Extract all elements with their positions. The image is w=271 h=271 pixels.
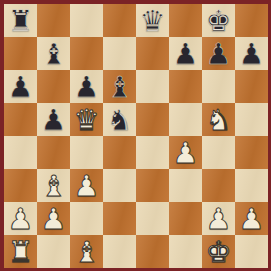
square-d1[interactable] (103, 235, 136, 268)
square-b1[interactable] (37, 235, 70, 268)
piece-black-pawn: ♟ (239, 40, 265, 69)
square-f8[interactable] (169, 4, 202, 37)
square-h2[interactable]: ♟ (235, 202, 268, 235)
square-d7[interactable] (103, 37, 136, 70)
piece-white-knight: ♞ (206, 106, 232, 135)
square-h6[interactable] (235, 70, 268, 103)
square-e4[interactable] (136, 136, 169, 169)
piece-black-rook: ♜ (8, 7, 34, 36)
square-a2[interactable]: ♟ (4, 202, 37, 235)
square-c8[interactable] (70, 4, 103, 37)
square-f6[interactable] (169, 70, 202, 103)
square-g4[interactable] (202, 136, 235, 169)
piece-white-rook: ♜ (8, 238, 34, 267)
piece-black-knight: ♞ (107, 106, 133, 135)
square-g6[interactable] (202, 70, 235, 103)
piece-black-bishop: ♝ (41, 40, 67, 69)
square-a7[interactable] (4, 37, 37, 70)
piece-white-bishop: ♝ (74, 238, 100, 267)
piece-black-queen: ♛ (140, 7, 166, 36)
square-h7[interactable]: ♟ (235, 37, 268, 70)
square-b3[interactable]: ♝ (37, 169, 70, 202)
square-e7[interactable] (136, 37, 169, 70)
board-frame: ♜♛♚♝♟♟♟♟♟♝♟♛♞♞♟♝♟♟♟♟♟♜♝♚ (0, 0, 271, 271)
square-f1[interactable] (169, 235, 202, 268)
square-h1[interactable] (235, 235, 268, 268)
square-d3[interactable] (103, 169, 136, 202)
square-b8[interactable] (37, 4, 70, 37)
piece-black-pawn: ♟ (41, 106, 67, 135)
square-e5[interactable] (136, 103, 169, 136)
piece-black-pawn: ♟ (173, 40, 199, 69)
square-b6[interactable] (37, 70, 70, 103)
square-e1[interactable] (136, 235, 169, 268)
square-c4[interactable] (70, 136, 103, 169)
square-g8[interactable]: ♚ (202, 4, 235, 37)
piece-black-bishop: ♝ (107, 73, 133, 102)
square-c5[interactable]: ♛ (70, 103, 103, 136)
square-d8[interactable] (103, 4, 136, 37)
square-e3[interactable] (136, 169, 169, 202)
piece-white-bishop: ♝ (41, 172, 67, 201)
square-b7[interactable]: ♝ (37, 37, 70, 70)
square-a6[interactable]: ♟ (4, 70, 37, 103)
piece-white-queen: ♛ (74, 106, 100, 135)
square-a4[interactable] (4, 136, 37, 169)
square-g2[interactable]: ♟ (202, 202, 235, 235)
square-d2[interactable] (103, 202, 136, 235)
square-a3[interactable] (4, 169, 37, 202)
piece-white-king: ♚ (206, 238, 232, 267)
piece-black-pawn: ♟ (206, 40, 232, 69)
square-a1[interactable]: ♜ (4, 235, 37, 268)
square-h8[interactable] (235, 4, 268, 37)
square-g7[interactable]: ♟ (202, 37, 235, 70)
square-h3[interactable] (235, 169, 268, 202)
square-f3[interactable] (169, 169, 202, 202)
square-h4[interactable] (235, 136, 268, 169)
square-h5[interactable] (235, 103, 268, 136)
square-f4[interactable]: ♟ (169, 136, 202, 169)
piece-white-pawn: ♟ (173, 139, 199, 168)
square-d4[interactable] (103, 136, 136, 169)
piece-black-pawn: ♟ (74, 73, 100, 102)
piece-white-pawn: ♟ (41, 205, 67, 234)
square-b2[interactable]: ♟ (37, 202, 70, 235)
piece-white-pawn: ♟ (74, 172, 100, 201)
square-b4[interactable] (37, 136, 70, 169)
square-c3[interactable]: ♟ (70, 169, 103, 202)
piece-white-pawn: ♟ (239, 205, 265, 234)
square-g3[interactable] (202, 169, 235, 202)
square-e8[interactable]: ♛ (136, 4, 169, 37)
chess-board: ♜♛♚♝♟♟♟♟♟♝♟♛♞♞♟♝♟♟♟♟♟♜♝♚ (4, 4, 268, 268)
square-c6[interactable]: ♟ (70, 70, 103, 103)
square-e6[interactable] (136, 70, 169, 103)
square-c1[interactable]: ♝ (70, 235, 103, 268)
piece-white-pawn: ♟ (8, 205, 34, 234)
square-e2[interactable] (136, 202, 169, 235)
square-f7[interactable]: ♟ (169, 37, 202, 70)
piece-black-king: ♚ (206, 7, 232, 36)
square-f5[interactable] (169, 103, 202, 136)
square-c2[interactable] (70, 202, 103, 235)
square-d6[interactable]: ♝ (103, 70, 136, 103)
piece-white-pawn: ♟ (206, 205, 232, 234)
square-a5[interactable] (4, 103, 37, 136)
square-a8[interactable]: ♜ (4, 4, 37, 37)
square-c7[interactable] (70, 37, 103, 70)
square-g5[interactable]: ♞ (202, 103, 235, 136)
square-f2[interactable] (169, 202, 202, 235)
square-d5[interactable]: ♞ (103, 103, 136, 136)
piece-black-pawn: ♟ (8, 73, 34, 102)
square-b5[interactable]: ♟ (37, 103, 70, 136)
square-g1[interactable]: ♚ (202, 235, 235, 268)
